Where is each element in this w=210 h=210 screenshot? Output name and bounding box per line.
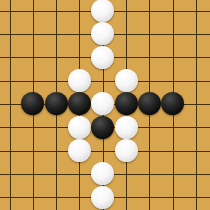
black-stone	[161, 92, 184, 115]
go-board[interactable]	[0, 0, 210, 210]
white-stone	[91, 162, 114, 185]
white-stone	[115, 139, 138, 162]
grid-line-horizontal	[0, 81, 210, 82]
white-stone	[68, 116, 91, 139]
black-stone	[91, 116, 114, 139]
black-stone	[45, 92, 68, 115]
white-stone	[91, 0, 114, 22]
black-stone	[138, 92, 161, 115]
white-stone	[91, 92, 114, 115]
grid-line-vertical	[10, 0, 11, 210]
white-stone	[68, 139, 91, 162]
white-stone	[91, 22, 114, 45]
white-stone	[115, 116, 138, 139]
white-stone	[68, 69, 91, 92]
black-stone	[115, 92, 138, 115]
white-stone	[91, 186, 114, 209]
white-stone	[115, 69, 138, 92]
black-stone	[68, 92, 91, 115]
grid-line-vertical	[196, 0, 197, 210]
black-stone	[21, 92, 44, 115]
grid-line-horizontal	[0, 151, 210, 152]
white-stone	[91, 46, 114, 69]
